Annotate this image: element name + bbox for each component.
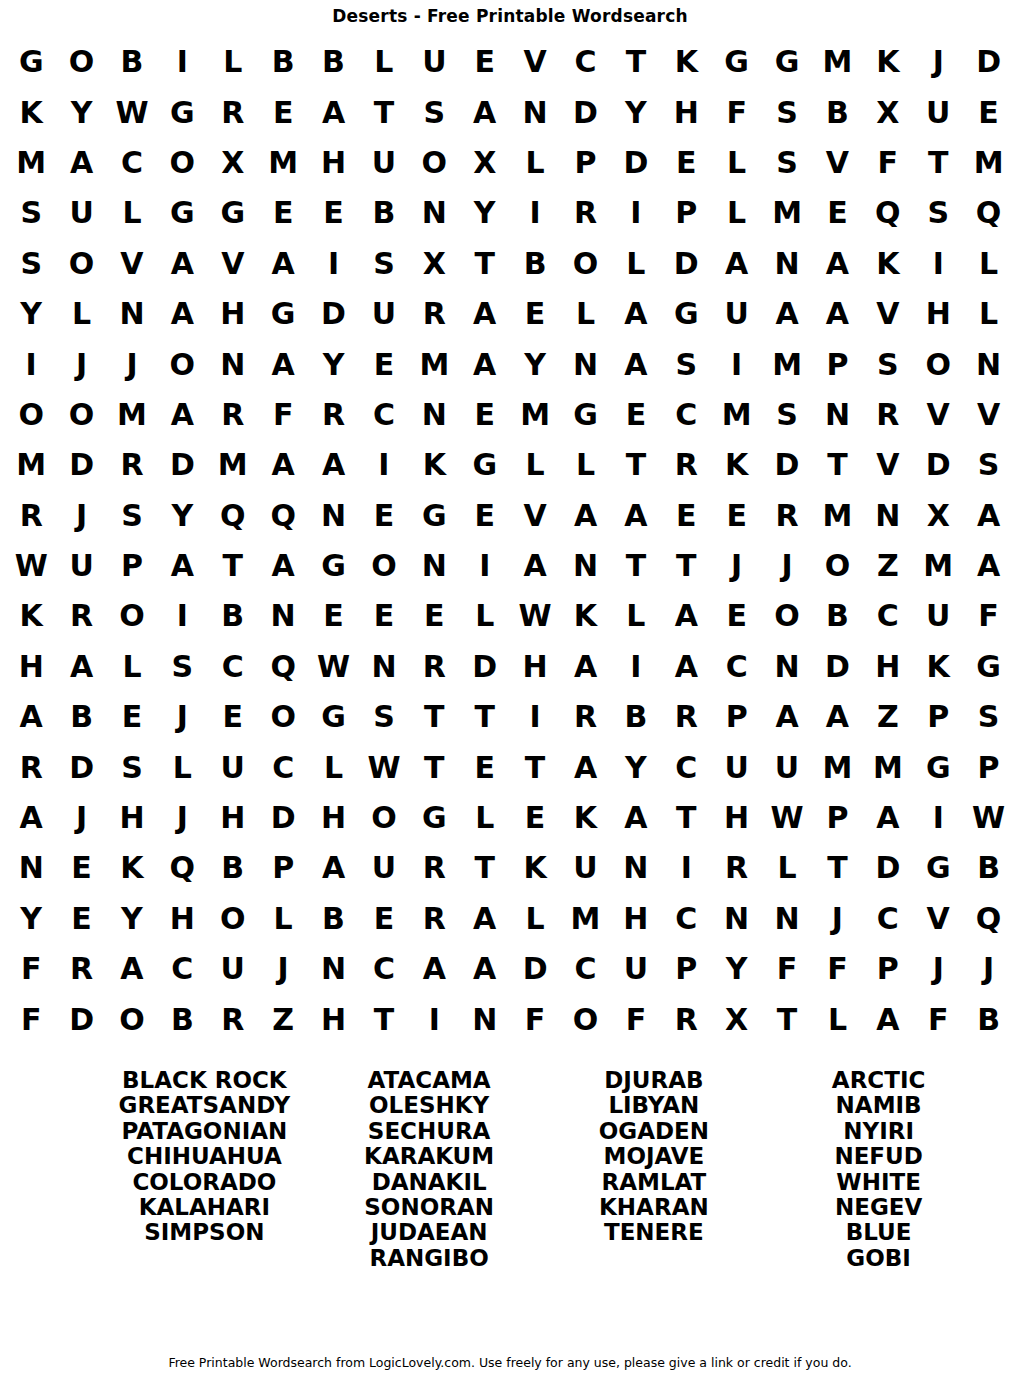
grid-cell: C xyxy=(560,37,610,87)
grid-cell: L xyxy=(611,591,661,641)
grid-cell: O xyxy=(208,894,258,944)
grid-cell: N xyxy=(863,491,913,541)
grid-cell: N xyxy=(308,944,358,994)
grid-cell: B xyxy=(611,692,661,742)
grid-cell: T xyxy=(812,440,862,490)
grid-cell: L xyxy=(510,138,560,188)
grid-cell: G xyxy=(157,188,207,238)
grid-cell: Q xyxy=(208,491,258,541)
grid-cell: E xyxy=(510,793,560,843)
grid-cell: T xyxy=(611,440,661,490)
grid-cell: K xyxy=(6,87,56,137)
grid-cell: F xyxy=(762,944,812,994)
grid-cell: W xyxy=(510,591,560,641)
grid-cell: Y xyxy=(460,188,510,238)
grid-cell: Z xyxy=(863,692,913,742)
grid-cell: V xyxy=(863,440,913,490)
grid-cell: B xyxy=(208,843,258,893)
grid-cell: O xyxy=(812,541,862,591)
grid-cell: O xyxy=(107,994,157,1044)
grid-cell: D xyxy=(863,843,913,893)
grid-cell: Y xyxy=(611,742,661,792)
grid-cell: U xyxy=(208,944,258,994)
grid-cell: E xyxy=(460,37,510,87)
grid-cell: J xyxy=(812,894,862,944)
grid-cell: M xyxy=(6,138,56,188)
grid-cell: R xyxy=(661,440,711,490)
grid-cell: N xyxy=(510,87,560,137)
grid-cell: H xyxy=(157,894,207,944)
grid-cell: L xyxy=(157,742,207,792)
grid-cell: B xyxy=(510,239,560,289)
grid-cell: B xyxy=(308,894,358,944)
word-list-item: NYIRI xyxy=(766,1119,991,1144)
grid-cell: E xyxy=(661,138,711,188)
grid-cell: E xyxy=(711,491,761,541)
grid-cell: M xyxy=(560,894,610,944)
word-list-item: JUDAEAN xyxy=(317,1220,542,1245)
grid-cell: H xyxy=(208,289,258,339)
grid-cell: O xyxy=(157,339,207,389)
grid-cell: S xyxy=(107,742,157,792)
grid-cell: N xyxy=(308,491,358,541)
grid-cell: F xyxy=(913,994,963,1044)
grid-cell: E xyxy=(107,692,157,742)
grid-cell: U xyxy=(359,843,409,893)
grid-cell: I xyxy=(308,239,358,289)
grid-cell: T xyxy=(762,994,812,1044)
grid-cell: U xyxy=(560,843,610,893)
grid-cell: A xyxy=(812,289,862,339)
grid-cell: I xyxy=(711,339,761,389)
grid-cell: P xyxy=(963,742,1013,792)
grid-cell: M xyxy=(762,339,812,389)
grid-cell: I xyxy=(6,339,56,389)
grid-cell: V xyxy=(963,390,1013,440)
grid-cell: E xyxy=(359,894,409,944)
grid-cell: T xyxy=(812,843,862,893)
grid-cell: J xyxy=(963,944,1013,994)
grid-cell: M xyxy=(913,541,963,591)
grid-cell: A xyxy=(661,642,711,692)
word-list-item: KALAHARI xyxy=(92,1195,317,1220)
grid-cell: N xyxy=(611,843,661,893)
grid-cell: O xyxy=(913,339,963,389)
grid-cell: I xyxy=(510,188,560,238)
wordsearch-grid: GOBILBBLUEVCTKGGMKJDKYWGREATSANDYHFSBXUE… xyxy=(6,37,1014,1045)
grid-cell: A xyxy=(560,742,610,792)
grid-cell: A xyxy=(611,339,661,389)
word-list-column: ATACAMAOLESHKYSECHURAKARAKUMDANAKILSONOR… xyxy=(317,1068,542,1271)
grid-cell: N xyxy=(711,894,761,944)
grid-cell: A xyxy=(258,339,308,389)
grid-cell: S xyxy=(913,188,963,238)
grid-cell: S xyxy=(963,692,1013,742)
grid-cell: A xyxy=(258,239,308,289)
grid-cell: L xyxy=(510,440,560,490)
grid-cell: A xyxy=(56,138,106,188)
grid-cell: D xyxy=(560,87,610,137)
grid-cell: R xyxy=(107,440,157,490)
grid-cell: G xyxy=(6,37,56,87)
grid-cell: K xyxy=(510,843,560,893)
grid-cell: P xyxy=(913,692,963,742)
grid-cell: F xyxy=(711,87,761,137)
grid-cell: Z xyxy=(863,541,913,591)
grid-cell: E xyxy=(711,591,761,641)
grid-cell: B xyxy=(812,591,862,641)
grid-cell: R xyxy=(6,491,56,541)
grid-cell: P xyxy=(258,843,308,893)
grid-cell: P xyxy=(661,944,711,994)
grid-cell: X xyxy=(460,138,510,188)
grid-cell: T xyxy=(611,37,661,87)
grid-cell: R xyxy=(56,591,106,641)
grid-cell: E xyxy=(258,188,308,238)
grid-cell: N xyxy=(107,289,157,339)
grid-cell: A xyxy=(460,339,510,389)
grid-cell: A xyxy=(963,541,1013,591)
grid-cell: U xyxy=(711,289,761,339)
grid-cell: A xyxy=(409,944,459,994)
grid-cell: K xyxy=(661,37,711,87)
grid-cell: M xyxy=(863,742,913,792)
grid-cell: A xyxy=(157,289,207,339)
grid-cell: I xyxy=(157,591,207,641)
grid-cell: D xyxy=(762,440,812,490)
grid-cell: A xyxy=(863,793,913,843)
grid-cell: X xyxy=(863,87,913,137)
word-list-item: LIBYAN xyxy=(542,1093,767,1118)
grid-cell: H xyxy=(107,793,157,843)
grid-cell: J xyxy=(56,793,106,843)
grid-cell: A xyxy=(308,440,358,490)
grid-cell: E xyxy=(963,87,1013,137)
word-list-item: GOBI xyxy=(766,1246,991,1271)
grid-cell: A xyxy=(812,239,862,289)
grid-cell: W xyxy=(107,87,157,137)
grid-cell: R xyxy=(409,894,459,944)
grid-cell: D xyxy=(56,994,106,1044)
grid-cell: N xyxy=(409,541,459,591)
grid-cell: P xyxy=(812,339,862,389)
grid-cell: E xyxy=(460,491,510,541)
grid-cell: P xyxy=(711,692,761,742)
grid-cell: W xyxy=(963,793,1013,843)
grid-cell: D xyxy=(157,440,207,490)
grid-cell: I xyxy=(157,37,207,87)
grid-cell: A xyxy=(308,843,358,893)
word-list-item: PATAGONIAN xyxy=(92,1119,317,1144)
grid-cell: F xyxy=(611,994,661,1044)
grid-cell: V xyxy=(863,289,913,339)
word-list-item: DJURAB xyxy=(542,1068,767,1093)
grid-cell: E xyxy=(460,390,510,440)
grid-cell: R xyxy=(208,87,258,137)
grid-cell: A xyxy=(560,642,610,692)
grid-cell: J xyxy=(157,793,207,843)
grid-cell: P xyxy=(661,188,711,238)
grid-cell: I xyxy=(611,188,661,238)
grid-cell: B xyxy=(963,843,1013,893)
grid-cell: B xyxy=(963,994,1013,1044)
word-list-item: DANAKIL xyxy=(317,1170,542,1195)
grid-cell: R xyxy=(56,944,106,994)
grid-cell: E xyxy=(308,188,358,238)
word-list-item: ARCTIC xyxy=(766,1068,991,1093)
grid-cell: U xyxy=(913,87,963,137)
grid-cell: L xyxy=(762,843,812,893)
grid-cell: Q xyxy=(258,491,308,541)
grid-cell: K xyxy=(409,440,459,490)
grid-cell: A xyxy=(560,491,610,541)
grid-cell: S xyxy=(107,491,157,541)
grid-cell: T xyxy=(409,692,459,742)
grid-cell: U xyxy=(711,742,761,792)
grid-cell: A xyxy=(611,289,661,339)
grid-cell: G xyxy=(913,742,963,792)
grid-cell: T xyxy=(359,994,409,1044)
grid-cell: L xyxy=(359,37,409,87)
grid-cell: X xyxy=(913,491,963,541)
grid-cell: R xyxy=(661,994,711,1044)
grid-cell: Y xyxy=(157,491,207,541)
grid-cell: N xyxy=(208,339,258,389)
grid-cell: O xyxy=(560,994,610,1044)
grid-cell: L xyxy=(611,239,661,289)
grid-cell: M xyxy=(812,742,862,792)
grid-cell: M xyxy=(711,390,761,440)
grid-cell: D xyxy=(661,239,711,289)
grid-cell: W xyxy=(6,541,56,591)
grid-cell: P xyxy=(863,944,913,994)
grid-cell: M xyxy=(409,339,459,389)
grid-cell: E xyxy=(510,289,560,339)
grid-cell: C xyxy=(661,742,711,792)
grid-cell: L xyxy=(107,188,157,238)
grid-cell: I xyxy=(913,239,963,289)
grid-cell: W xyxy=(359,742,409,792)
grid-cell: J xyxy=(56,339,106,389)
word-list-item: SECHURA xyxy=(317,1119,542,1144)
grid-cell: H xyxy=(661,87,711,137)
grid-cell: C xyxy=(359,390,409,440)
grid-cell: N xyxy=(762,239,812,289)
grid-cell: M xyxy=(6,440,56,490)
grid-cell: R xyxy=(208,994,258,1044)
grid-cell: T xyxy=(661,793,711,843)
grid-cell: R xyxy=(661,692,711,742)
grid-cell: A xyxy=(157,541,207,591)
grid-cell: F xyxy=(258,390,308,440)
grid-cell: L xyxy=(560,289,610,339)
grid-cell: A xyxy=(611,793,661,843)
grid-cell: T xyxy=(460,692,510,742)
grid-cell: F xyxy=(6,944,56,994)
grid-cell: D xyxy=(510,944,560,994)
grid-cell: X xyxy=(711,994,761,1044)
grid-cell: D xyxy=(56,440,106,490)
grid-cell: G xyxy=(258,289,308,339)
word-list-item: RAMLAT xyxy=(542,1170,767,1195)
grid-cell: W xyxy=(762,793,812,843)
grid-cell: I xyxy=(913,793,963,843)
grid-cell: O xyxy=(560,239,610,289)
grid-cell: G xyxy=(762,37,812,87)
grid-cell: D xyxy=(258,793,308,843)
grid-cell: G xyxy=(308,541,358,591)
grid-cell: X xyxy=(208,138,258,188)
grid-cell: T xyxy=(409,742,459,792)
grid-cell: L xyxy=(711,138,761,188)
grid-cell: O xyxy=(56,390,106,440)
grid-cell: L xyxy=(963,239,1013,289)
grid-cell: Y xyxy=(56,87,106,137)
word-list-column: ARCTICNAMIBNYIRINEFUDWHITENEGEVBLUEGOBI xyxy=(766,1068,991,1271)
grid-cell: A xyxy=(460,944,510,994)
grid-cell: V xyxy=(107,239,157,289)
grid-cell: A xyxy=(460,289,510,339)
grid-cell: F xyxy=(6,994,56,1044)
grid-cell: U xyxy=(359,289,409,339)
grid-cell: L xyxy=(711,188,761,238)
grid-cell: E xyxy=(56,894,106,944)
word-list-item: BLUE xyxy=(766,1220,991,1245)
grid-cell: E xyxy=(308,591,358,641)
grid-cell: L xyxy=(56,289,106,339)
grid-cell: E xyxy=(56,843,106,893)
grid-cell: B xyxy=(208,591,258,641)
grid-cell: C xyxy=(560,944,610,994)
grid-cell: Q xyxy=(258,642,308,692)
grid-cell: S xyxy=(359,692,409,742)
word-list-item: OLESHKY xyxy=(317,1093,542,1118)
grid-cell: C xyxy=(157,944,207,994)
grid-cell: N xyxy=(409,390,459,440)
word-list-item: RANGIBO xyxy=(317,1246,542,1271)
grid-cell: S xyxy=(6,239,56,289)
word-list-column: BLACK ROCKGREATSANDYPATAGONIANCHIHUAHUAC… xyxy=(92,1068,317,1271)
grid-cell: H xyxy=(711,793,761,843)
grid-cell: Q xyxy=(863,188,913,238)
grid-cell: H xyxy=(913,289,963,339)
word-list-item: SONORAN xyxy=(317,1195,542,1220)
grid-cell: E xyxy=(661,491,711,541)
grid-cell: L xyxy=(107,642,157,692)
grid-cell: Y xyxy=(6,894,56,944)
grid-cell: A xyxy=(762,692,812,742)
grid-cell: K xyxy=(863,37,913,87)
grid-cell: A xyxy=(460,894,510,944)
grid-cell: E xyxy=(460,742,510,792)
grid-cell: S xyxy=(409,87,459,137)
grid-cell: B xyxy=(258,37,308,87)
grid-cell: C xyxy=(107,138,157,188)
grid-cell: A xyxy=(711,239,761,289)
grid-cell: E xyxy=(208,692,258,742)
grid-cell: K xyxy=(560,591,610,641)
grid-cell: U xyxy=(611,944,661,994)
grid-cell: C xyxy=(711,642,761,692)
grid-cell: K xyxy=(913,642,963,692)
grid-cell: A xyxy=(762,289,812,339)
word-list-item: BLACK ROCK xyxy=(92,1068,317,1093)
grid-cell: D xyxy=(460,642,510,692)
word-list-item: NEGEV xyxy=(766,1195,991,1220)
grid-cell: L xyxy=(560,440,610,490)
grid-cell: U xyxy=(56,188,106,238)
grid-cell: I xyxy=(359,440,409,490)
word-list-item: GREATSANDY xyxy=(92,1093,317,1118)
grid-cell: A xyxy=(157,239,207,289)
grid-cell: A xyxy=(258,541,308,591)
grid-cell: J xyxy=(913,944,963,994)
grid-cell: V xyxy=(913,390,963,440)
grid-cell: L xyxy=(308,742,358,792)
grid-cell: O xyxy=(107,591,157,641)
grid-cell: M xyxy=(812,37,862,87)
grid-cell: R xyxy=(863,390,913,440)
grid-cell: A xyxy=(157,390,207,440)
grid-cell: M xyxy=(812,491,862,541)
grid-cell: T xyxy=(460,843,510,893)
grid-cell: C xyxy=(661,390,711,440)
word-list-item: CHIHUAHUA xyxy=(92,1144,317,1169)
grid-cell: H xyxy=(308,994,358,1044)
grid-cell: O xyxy=(56,37,106,87)
grid-cell: R xyxy=(409,642,459,692)
grid-cell: L xyxy=(460,793,510,843)
grid-cell: G xyxy=(560,390,610,440)
grid-cell: A xyxy=(812,692,862,742)
grid-cell: O xyxy=(359,541,409,591)
grid-cell: G xyxy=(661,289,711,339)
grid-cell: K xyxy=(6,591,56,641)
grid-cell: E xyxy=(812,188,862,238)
grid-cell: G xyxy=(963,642,1013,692)
grid-cell: E xyxy=(359,491,409,541)
grid-cell: R xyxy=(6,742,56,792)
grid-cell: N xyxy=(762,642,812,692)
grid-cell: R xyxy=(560,692,610,742)
grid-cell: J xyxy=(762,541,812,591)
grid-cell: A xyxy=(308,87,358,137)
grid-cell: N xyxy=(812,390,862,440)
word-list-item: KHARAN xyxy=(542,1195,767,1220)
grid-cell: P xyxy=(560,138,610,188)
grid-cell: L xyxy=(812,994,862,1044)
grid-cell: T xyxy=(510,742,560,792)
grid-cell: Y xyxy=(107,894,157,944)
footer-credit: Free Printable Wordsearch from LogicLove… xyxy=(0,1355,1020,1370)
grid-cell: R xyxy=(409,289,459,339)
grid-cell: G xyxy=(913,843,963,893)
grid-cell: G xyxy=(308,692,358,742)
grid-cell: V xyxy=(510,37,560,87)
word-list-item: COLORADO xyxy=(92,1170,317,1195)
grid-cell: S xyxy=(963,440,1013,490)
grid-cell: Z xyxy=(258,994,308,1044)
word-list-item: MOJAVE xyxy=(542,1144,767,1169)
grid-cell: N xyxy=(460,994,510,1044)
grid-cell: F xyxy=(812,944,862,994)
grid-cell: S xyxy=(762,138,812,188)
grid-cell: I xyxy=(409,994,459,1044)
grid-cell: Y xyxy=(510,339,560,389)
grid-cell: N xyxy=(258,591,308,641)
grid-cell: K xyxy=(711,440,761,490)
word-list-item: WHITE xyxy=(766,1170,991,1195)
